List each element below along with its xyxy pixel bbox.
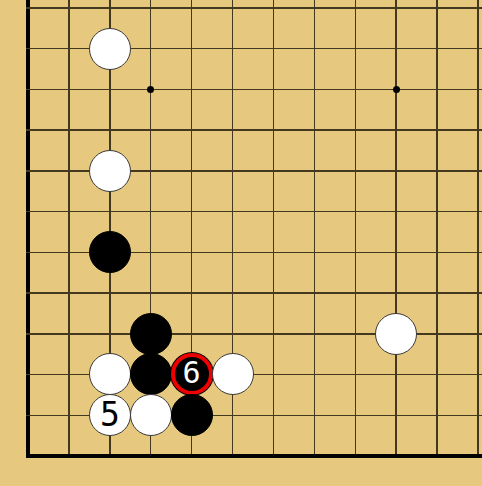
- stone-white-C3: [89, 353, 131, 395]
- stone-white-C2: 5: [89, 394, 131, 436]
- stone-white-C8: [89, 150, 131, 192]
- stone-white-K4: [375, 313, 417, 355]
- stone-black-E3-highlighted: 6: [171, 353, 213, 395]
- go-board[interactable]: 65: [0, 0, 482, 486]
- star-point-K10: [393, 86, 400, 93]
- move-number-label: 5: [100, 398, 120, 431]
- stone-white-C11: [89, 28, 131, 70]
- stone-white-F3: [212, 353, 254, 395]
- stone-black-D3: [130, 353, 172, 395]
- stone-black-D4: [130, 313, 172, 355]
- stone-white-D2: [130, 394, 172, 436]
- move-number-label: 6: [183, 358, 201, 388]
- stone-black-C6: [89, 231, 131, 273]
- stone-black-E2: [171, 394, 213, 436]
- star-point-D10: [147, 86, 154, 93]
- intersection-grid: 65: [8, 0, 482, 476]
